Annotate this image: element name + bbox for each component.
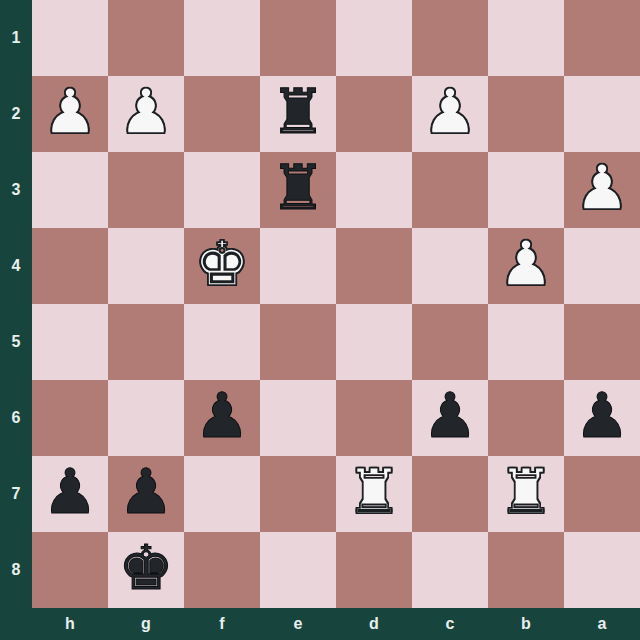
square-h4[interactable] [32, 228, 108, 304]
square-d1[interactable] [336, 0, 412, 76]
piece-black-pawn[interactable]: ♟ [194, 378, 250, 454]
chess-board: 12♟♟♜♟3♜♟4♚♟56♟♟♟7♟♟♜♜8♚hgfedcba [0, 0, 640, 640]
square-d7[interactable]: ♜ [336, 456, 412, 532]
square-h7[interactable]: ♟ [32, 456, 108, 532]
square-g5[interactable] [108, 304, 184, 380]
piece-white-pawn[interactable]: ♟ [42, 74, 98, 150]
square-c4[interactable] [412, 228, 488, 304]
square-b4[interactable]: ♟ [488, 228, 564, 304]
file-label-h: h [32, 608, 108, 640]
piece-white-pawn[interactable]: ♟ [574, 150, 630, 226]
square-h3[interactable] [32, 152, 108, 228]
piece-black-rook[interactable]: ♜ [270, 150, 326, 226]
square-e8[interactable] [260, 532, 336, 608]
square-f3[interactable] [184, 152, 260, 228]
square-b7[interactable]: ♜ [488, 456, 564, 532]
square-g8[interactable]: ♚ [108, 532, 184, 608]
square-h6[interactable] [32, 380, 108, 456]
square-e6[interactable] [260, 380, 336, 456]
square-e3[interactable]: ♜ [260, 152, 336, 228]
piece-white-rook[interactable]: ♜ [346, 454, 402, 530]
square-h5[interactable] [32, 304, 108, 380]
file-label-f: f [184, 608, 260, 640]
rank-label-1: 1 [0, 0, 32, 76]
rank-label-2: 2 [0, 76, 32, 152]
square-d4[interactable] [336, 228, 412, 304]
square-b1[interactable] [488, 0, 564, 76]
square-c2[interactable]: ♟ [412, 76, 488, 152]
piece-black-rook[interactable]: ♜ [270, 74, 326, 150]
square-d5[interactable] [336, 304, 412, 380]
square-a8[interactable] [564, 532, 640, 608]
square-c5[interactable] [412, 304, 488, 380]
square-e1[interactable] [260, 0, 336, 76]
piece-white-pawn[interactable]: ♟ [422, 74, 478, 150]
square-h2[interactable]: ♟ [32, 76, 108, 152]
square-g2[interactable]: ♟ [108, 76, 184, 152]
piece-black-king[interactable]: ♚ [118, 530, 174, 606]
piece-black-pawn[interactable]: ♟ [422, 378, 478, 454]
rank-label-5: 5 [0, 304, 32, 380]
square-a2[interactable] [564, 76, 640, 152]
piece-black-pawn[interactable]: ♟ [42, 454, 98, 530]
file-label-d: d [336, 608, 412, 640]
square-f7[interactable] [184, 456, 260, 532]
rank-label-3: 3 [0, 152, 32, 228]
square-g3[interactable] [108, 152, 184, 228]
square-f8[interactable] [184, 532, 260, 608]
square-d6[interactable] [336, 380, 412, 456]
square-a5[interactable] [564, 304, 640, 380]
square-c1[interactable] [412, 0, 488, 76]
square-b5[interactable] [488, 304, 564, 380]
square-g7[interactable]: ♟ [108, 456, 184, 532]
piece-white-rook[interactable]: ♜ [498, 454, 554, 530]
square-f4[interactable]: ♚ [184, 228, 260, 304]
piece-black-pawn[interactable]: ♟ [118, 454, 174, 530]
file-label-g: g [108, 608, 184, 640]
square-e2[interactable]: ♜ [260, 76, 336, 152]
square-c8[interactable] [412, 532, 488, 608]
square-d3[interactable] [336, 152, 412, 228]
file-label-a: a [564, 608, 640, 640]
square-h8[interactable] [32, 532, 108, 608]
piece-white-pawn[interactable]: ♟ [118, 74, 174, 150]
square-c6[interactable]: ♟ [412, 380, 488, 456]
square-e4[interactable] [260, 228, 336, 304]
file-label-b: b [488, 608, 564, 640]
square-a4[interactable] [564, 228, 640, 304]
rank-label-8: 8 [0, 532, 32, 608]
file-label-c: c [412, 608, 488, 640]
square-g4[interactable] [108, 228, 184, 304]
square-b6[interactable] [488, 380, 564, 456]
square-f6[interactable]: ♟ [184, 380, 260, 456]
square-f2[interactable] [184, 76, 260, 152]
square-b2[interactable] [488, 76, 564, 152]
square-g6[interactable] [108, 380, 184, 456]
square-c3[interactable] [412, 152, 488, 228]
square-a1[interactable] [564, 0, 640, 76]
rank-label-4: 4 [0, 228, 32, 304]
square-e7[interactable] [260, 456, 336, 532]
rank-label-6: 6 [0, 380, 32, 456]
square-f5[interactable] [184, 304, 260, 380]
piece-white-king[interactable]: ♚ [194, 226, 250, 302]
square-g1[interactable] [108, 0, 184, 76]
square-a7[interactable] [564, 456, 640, 532]
square-b3[interactable] [488, 152, 564, 228]
square-e5[interactable] [260, 304, 336, 380]
square-b8[interactable] [488, 532, 564, 608]
file-label-e: e [260, 608, 336, 640]
square-d2[interactable] [336, 76, 412, 152]
piece-black-pawn[interactable]: ♟ [574, 378, 630, 454]
square-h1[interactable] [32, 0, 108, 76]
square-a3[interactable]: ♟ [564, 152, 640, 228]
square-d8[interactable] [336, 532, 412, 608]
square-a6[interactable]: ♟ [564, 380, 640, 456]
square-f1[interactable] [184, 0, 260, 76]
square-c7[interactable] [412, 456, 488, 532]
piece-white-pawn[interactable]: ♟ [498, 226, 554, 302]
frame-corner [0, 608, 32, 640]
rank-label-7: 7 [0, 456, 32, 532]
